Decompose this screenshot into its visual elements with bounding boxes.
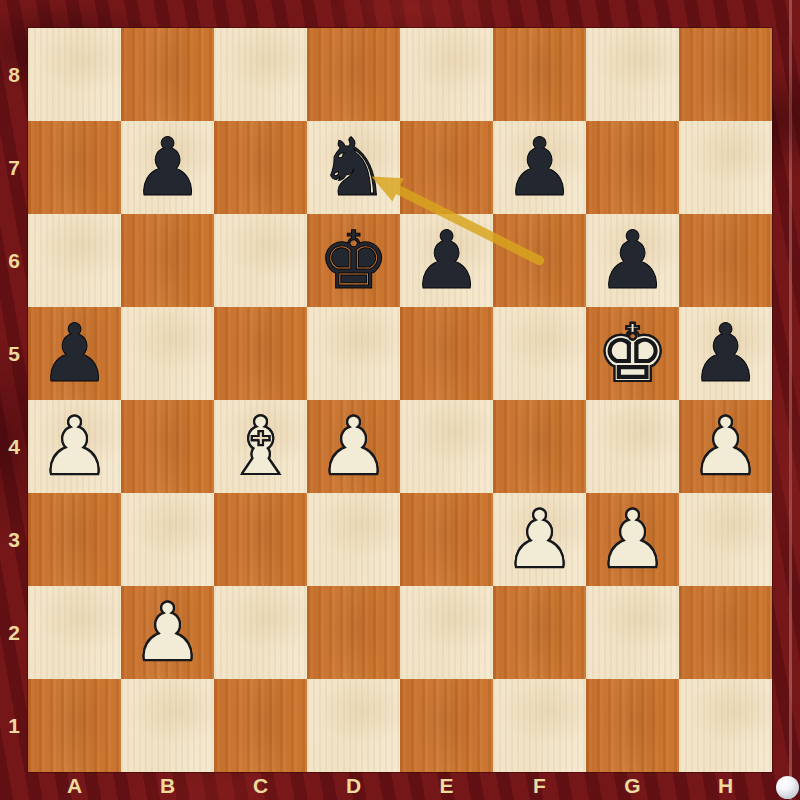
square-b2[interactable]: ♟ xyxy=(121,586,214,679)
square-d7[interactable]: ♞ xyxy=(307,121,400,214)
square-e1[interactable] xyxy=(400,679,493,772)
black-king: ♚ xyxy=(318,214,390,307)
square-h2[interactable] xyxy=(679,586,772,679)
square-d1[interactable] xyxy=(307,679,400,772)
file-label-h: H xyxy=(679,771,772,800)
square-f3[interactable]: ♟ xyxy=(493,493,586,586)
square-e6[interactable]: ♟ xyxy=(400,214,493,307)
square-b1[interactable] xyxy=(121,679,214,772)
square-h8[interactable] xyxy=(679,28,772,121)
square-a2[interactable] xyxy=(28,586,121,679)
rank-label-5: 5 xyxy=(0,307,28,400)
square-e5[interactable] xyxy=(400,307,493,400)
square-g1[interactable] xyxy=(586,679,679,772)
white-pawn: ♟ xyxy=(39,400,111,493)
file-label-f: F xyxy=(493,771,586,800)
square-f6[interactable] xyxy=(493,214,586,307)
file-label-c: C xyxy=(214,771,307,800)
rank-label-2: 2 xyxy=(0,586,28,679)
file-label-b: B xyxy=(121,771,214,800)
white-pawn: ♟ xyxy=(132,586,204,679)
file-label-e: E xyxy=(400,771,493,800)
file-label-d: D xyxy=(307,771,400,800)
square-h5[interactable]: ♟ xyxy=(679,307,772,400)
square-e3[interactable] xyxy=(400,493,493,586)
square-e2[interactable] xyxy=(400,586,493,679)
square-e7[interactable] xyxy=(400,121,493,214)
file-label-g: G xyxy=(586,771,679,800)
square-f7[interactable]: ♟ xyxy=(493,121,586,214)
square-e8[interactable] xyxy=(400,28,493,121)
square-e4[interactable] xyxy=(400,400,493,493)
square-d8[interactable] xyxy=(307,28,400,121)
rank-label-7: 7 xyxy=(0,121,28,214)
white-pawn: ♟ xyxy=(504,493,576,586)
black-pawn: ♟ xyxy=(504,121,576,214)
black-pawn: ♟ xyxy=(690,307,762,400)
square-a6[interactable] xyxy=(28,214,121,307)
square-h7[interactable] xyxy=(679,121,772,214)
square-b7[interactable]: ♟ xyxy=(121,121,214,214)
rank-label-8: 8 xyxy=(0,28,28,121)
rank-label-4: 4 xyxy=(0,400,28,493)
square-a1[interactable] xyxy=(28,679,121,772)
square-d4[interactable]: ♟ xyxy=(307,400,400,493)
square-h4[interactable]: ♟ xyxy=(679,400,772,493)
square-a5[interactable]: ♟ xyxy=(28,307,121,400)
board-frame: ♟♞♟♚♟♟♟♚♟♟♝♟♟♟♟♟ 87654321 ABCDEFGH xyxy=(0,0,800,800)
square-b6[interactable] xyxy=(121,214,214,307)
square-b4[interactable] xyxy=(121,400,214,493)
white-pawn: ♟ xyxy=(690,400,762,493)
square-g7[interactable] xyxy=(586,121,679,214)
black-knight: ♞ xyxy=(318,121,390,214)
square-a3[interactable] xyxy=(28,493,121,586)
square-c5[interactable] xyxy=(214,307,307,400)
rank-label-1: 1 xyxy=(0,679,28,772)
square-g4[interactable] xyxy=(586,400,679,493)
white-pawn: ♟ xyxy=(318,400,390,493)
chess-board: ♟♞♟♚♟♟♟♚♟♟♝♟♟♟♟♟ xyxy=(28,28,772,772)
black-pawn: ♟ xyxy=(411,214,483,307)
square-h6[interactable] xyxy=(679,214,772,307)
square-h3[interactable] xyxy=(679,493,772,586)
white-bishop: ♝ xyxy=(225,400,297,493)
square-g8[interactable] xyxy=(586,28,679,121)
square-a4[interactable]: ♟ xyxy=(28,400,121,493)
square-c1[interactable] xyxy=(214,679,307,772)
square-a7[interactable] xyxy=(28,121,121,214)
square-g3[interactable]: ♟ xyxy=(586,493,679,586)
square-f5[interactable] xyxy=(493,307,586,400)
square-f2[interactable] xyxy=(493,586,586,679)
square-g5[interactable]: ♚ xyxy=(586,307,679,400)
square-h1[interactable] xyxy=(679,679,772,772)
square-c8[interactable] xyxy=(214,28,307,121)
square-c3[interactable] xyxy=(214,493,307,586)
square-c6[interactable] xyxy=(214,214,307,307)
square-g6[interactable]: ♟ xyxy=(586,214,679,307)
square-d5[interactable] xyxy=(307,307,400,400)
square-f4[interactable] xyxy=(493,400,586,493)
square-b8[interactable] xyxy=(121,28,214,121)
square-b5[interactable] xyxy=(121,307,214,400)
white-king: ♚ xyxy=(597,307,669,400)
square-c2[interactable] xyxy=(214,586,307,679)
square-d6[interactable]: ♚ xyxy=(307,214,400,307)
square-a8[interactable] xyxy=(28,28,121,121)
square-c4[interactable]: ♝ xyxy=(214,400,307,493)
black-pawn: ♟ xyxy=(597,214,669,307)
rank-label-6: 6 xyxy=(0,214,28,307)
square-d3[interactable] xyxy=(307,493,400,586)
white-pawn: ♟ xyxy=(597,493,669,586)
file-label-a: A xyxy=(28,771,121,800)
square-f1[interactable] xyxy=(493,679,586,772)
square-f8[interactable] xyxy=(493,28,586,121)
square-d2[interactable] xyxy=(307,586,400,679)
black-pawn: ♟ xyxy=(39,307,111,400)
side-to-move-indicator xyxy=(776,776,799,799)
rank-label-3: 3 xyxy=(0,493,28,586)
square-g2[interactable] xyxy=(586,586,679,679)
square-b3[interactable] xyxy=(121,493,214,586)
square-c7[interactable] xyxy=(214,121,307,214)
black-pawn: ♟ xyxy=(132,121,204,214)
